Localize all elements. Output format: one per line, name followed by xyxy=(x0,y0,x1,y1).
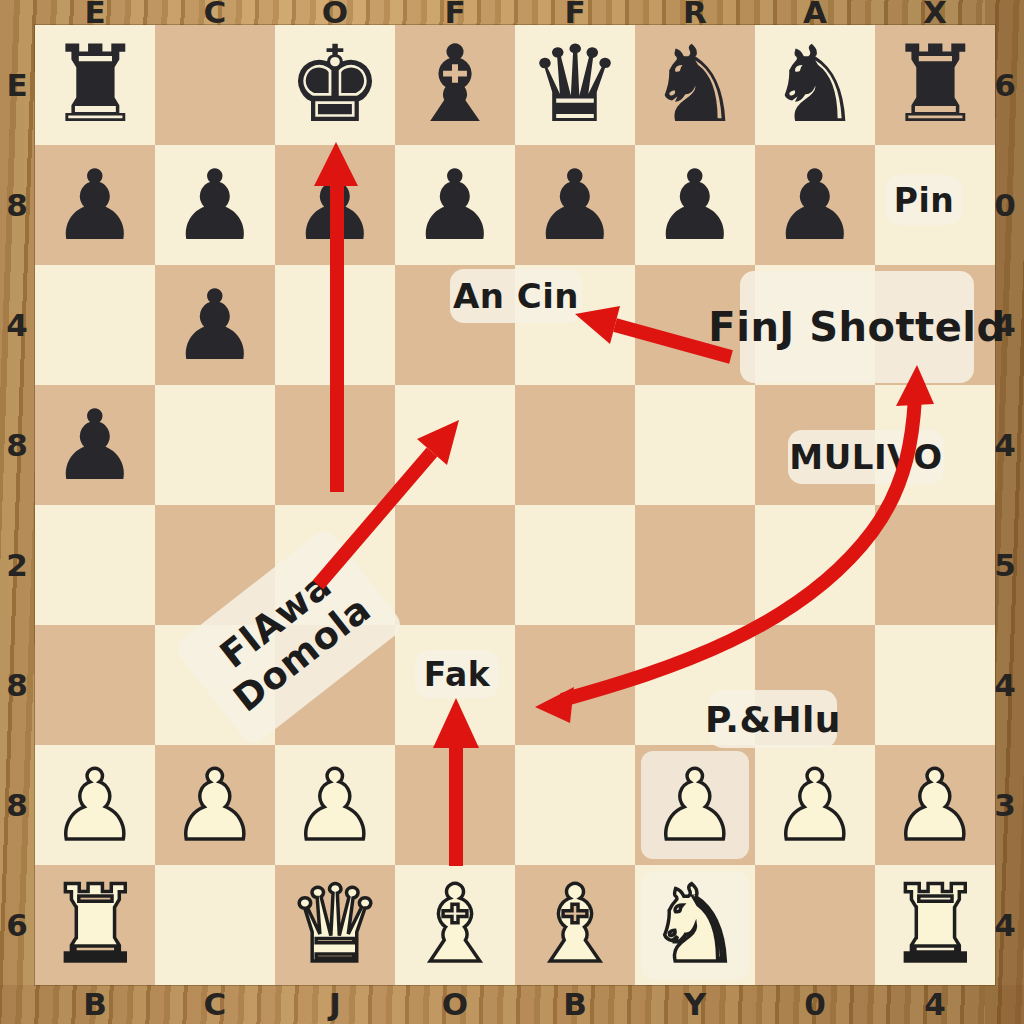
rank-label-right-7: 3 xyxy=(994,787,1016,823)
annotation-fak: Fak xyxy=(415,650,499,698)
square-a4[interactable] xyxy=(35,505,155,625)
annotation-text: MULIVO xyxy=(789,437,942,477)
square-d4[interactable] xyxy=(395,505,515,625)
rank-label-left-3: 4 xyxy=(6,307,28,343)
black-rook-a8[interactable]: ♜ xyxy=(35,25,155,145)
annotation-text: FinJ Shotteld xyxy=(708,304,1005,350)
white-pawn-c2[interactable]: ♟ xyxy=(275,745,395,865)
annotation-text: Fak xyxy=(424,655,490,694)
square-f5[interactable] xyxy=(635,385,755,505)
file-label-bottom-7: 0 xyxy=(804,986,826,1022)
rank-label-right-2: 0 xyxy=(994,187,1016,223)
annotation-p-and-hlu: P.&Hlu xyxy=(709,690,837,748)
black-bishop-d8[interactable]: ♝ xyxy=(395,25,515,145)
file-label-bottom-4: O xyxy=(442,986,468,1022)
chess-board-diagram: ECOFFRAXBCJOBY04E848288660445434♜♚♝♛♞♞♜♟… xyxy=(0,0,1024,1024)
black-king-c8[interactable]: ♚ xyxy=(275,25,395,145)
rank-label-left-2: 8 xyxy=(6,187,28,223)
file-label-bottom-1: B xyxy=(83,986,107,1022)
rank-label-left-1: E xyxy=(6,67,27,103)
annotation-pin: Pin xyxy=(886,175,962,225)
black-rook-h8[interactable]: ♜ xyxy=(875,25,995,145)
black-pawn-a7[interactable]: ♟ xyxy=(35,145,155,265)
white-rook-h1[interactable]: ♜ xyxy=(875,865,995,985)
square-e5[interactable] xyxy=(515,385,635,505)
black-pawn-b7[interactable]: ♟ xyxy=(155,145,275,265)
black-pawn-c7[interactable]: ♟ xyxy=(275,145,395,265)
rank-label-right-1: 6 xyxy=(994,67,1016,103)
square-c6[interactable] xyxy=(275,265,395,385)
square-a6[interactable] xyxy=(35,265,155,385)
white-pawn-b2[interactable]: ♟ xyxy=(155,745,275,865)
square-h3[interactable] xyxy=(875,625,995,745)
rank-label-left-5: 2 xyxy=(6,547,28,583)
file-label-bottom-8: 4 xyxy=(924,986,946,1022)
white-pawn-g2[interactable]: ♟ xyxy=(755,745,875,865)
annotation-text: Pin xyxy=(894,181,955,220)
white-bishop-e1[interactable]: ♝ xyxy=(515,865,635,985)
white-bishop-d1[interactable]: ♝ xyxy=(395,865,515,985)
square-b5[interactable] xyxy=(155,385,275,505)
square-e3[interactable] xyxy=(515,625,635,745)
rank-label-left-7: 8 xyxy=(6,787,28,823)
square-d2[interactable] xyxy=(395,745,515,865)
white-pawn-h2[interactable]: ♟ xyxy=(875,745,995,865)
black-pawn-g7[interactable]: ♟ xyxy=(755,145,875,265)
rank-label-right-5: 5 xyxy=(994,547,1016,583)
white-pawn-a2[interactable]: ♟ xyxy=(35,745,155,865)
annotation-text: An Cin xyxy=(453,276,579,316)
square-e2[interactable] xyxy=(515,745,635,865)
white-queen-c1[interactable]: ♛ xyxy=(275,865,395,985)
white-pawn-f2[interactable]: ♟ xyxy=(635,745,755,865)
square-c5[interactable] xyxy=(275,385,395,505)
black-knight-f8[interactable]: ♞ xyxy=(635,25,755,145)
rank-label-right-6: 4 xyxy=(994,667,1016,703)
black-pawn-d7[interactable]: ♟ xyxy=(395,145,515,265)
file-label-bottom-2: C xyxy=(204,986,227,1022)
square-f4[interactable] xyxy=(635,505,755,625)
rank-label-right-4: 4 xyxy=(994,427,1016,463)
black-queen-e8[interactable]: ♛ xyxy=(515,25,635,145)
square-b8[interactable] xyxy=(155,25,275,145)
square-d5[interactable] xyxy=(395,385,515,505)
square-b1[interactable] xyxy=(155,865,275,985)
rank-label-left-8: 6 xyxy=(6,907,28,943)
square-g4[interactable] xyxy=(755,505,875,625)
white-knight-f1[interactable]: ♞ xyxy=(635,865,755,985)
file-label-bottom-3: J xyxy=(329,986,341,1022)
square-a3[interactable] xyxy=(35,625,155,745)
black-pawn-f7[interactable]: ♟ xyxy=(635,145,755,265)
file-label-bottom-6: Y xyxy=(684,986,706,1022)
file-label-top-2: C xyxy=(204,0,227,30)
annotation-an-cin: An Cin xyxy=(450,269,582,323)
rank-label-left-6: 8 xyxy=(6,667,28,703)
white-rook-a1[interactable]: ♜ xyxy=(35,865,155,985)
black-pawn-b6[interactable]: ♟ xyxy=(155,265,275,385)
black-pawn-e7[interactable]: ♟ xyxy=(515,145,635,265)
wood-frame-bottom-shade xyxy=(0,985,1024,1024)
square-g1[interactable] xyxy=(755,865,875,985)
rank-label-left-4: 8 xyxy=(6,427,28,463)
rank-label-right-8: 4 xyxy=(994,907,1016,943)
annotation-finj-shotteld: FinJ Shotteld xyxy=(740,271,974,383)
black-knight-g8[interactable]: ♞ xyxy=(755,25,875,145)
square-e4[interactable] xyxy=(515,505,635,625)
square-h4[interactable] xyxy=(875,505,995,625)
annotation-mulivo: MULIVO xyxy=(788,430,944,484)
file-label-bottom-5: B xyxy=(563,986,587,1022)
black-pawn-a5[interactable]: ♟ xyxy=(35,385,155,505)
annotation-text: P.&Hlu xyxy=(705,699,841,740)
